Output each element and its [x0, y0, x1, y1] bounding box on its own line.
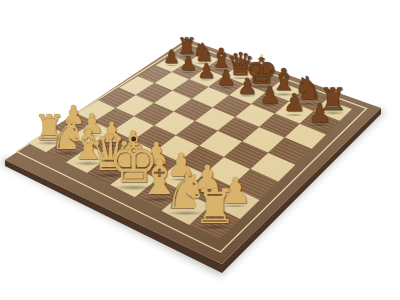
piece-black-pawn-e7[interactable]: ♟: [217, 67, 236, 88]
piece-black-pawn-a7[interactable]: ♟: [308, 101, 331, 127]
piece-black-pawn-h7[interactable]: ♟: [163, 48, 180, 67]
chess-set-photo: ♜♞♝♚♛♝♞♜♟♟♟♟♟♟♟♟♟♟♟♟♟♟♟♟♜♞♝♚♛♝♞♜: [0, 0, 400, 300]
piece-black-pawn-c7[interactable]: ♟: [260, 83, 281, 106]
piece-black-pawn-d7[interactable]: ♟: [237, 75, 257, 97]
piece-white-rook-a1[interactable]: ♜: [193, 182, 236, 230]
piece-black-pawn-f7[interactable]: ♟: [197, 60, 215, 80]
piece-black-pawn-b7[interactable]: ♟: [283, 92, 305, 116]
piece-black-pawn-g7[interactable]: ♟: [179, 54, 196, 73]
